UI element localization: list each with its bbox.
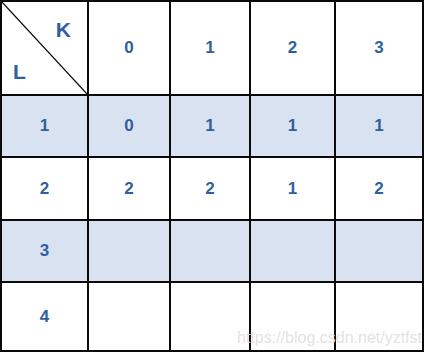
grid: K L 0 1 2 3 1 0 1 1 1 2 2 2 1 2 3 4 bbox=[0, 0, 424, 352]
corner-cell: K L bbox=[2, 2, 87, 94]
data-cell: 2 bbox=[171, 158, 249, 219]
corner-l-label: L bbox=[13, 60, 26, 84]
data-cell: 2 bbox=[89, 158, 169, 219]
data-cell: 2 bbox=[336, 158, 422, 219]
col-header-cell: 2 bbox=[251, 2, 334, 94]
data-cell bbox=[171, 221, 249, 281]
row-label-cell: 1 bbox=[2, 96, 87, 156]
data-cell: 0 bbox=[89, 96, 169, 156]
data-cell: 1 bbox=[171, 96, 249, 156]
data-cell bbox=[89, 283, 169, 350]
matrix-table: K L 0 1 2 3 1 0 1 1 1 2 2 2 1 2 3 4 http… bbox=[0, 0, 424, 352]
data-cell: 1 bbox=[251, 158, 334, 219]
data-cell: 1 bbox=[251, 96, 334, 156]
col-header-cell: 1 bbox=[171, 2, 249, 94]
data-cell bbox=[336, 221, 422, 281]
data-cell bbox=[171, 283, 249, 350]
corner-k-label: K bbox=[56, 18, 71, 42]
data-cell bbox=[251, 221, 334, 281]
row-label-cell: 3 bbox=[2, 221, 87, 281]
col-header-cell: 3 bbox=[336, 2, 422, 94]
data-cell: 1 bbox=[336, 96, 422, 156]
data-cell bbox=[336, 283, 422, 350]
data-cell bbox=[89, 221, 169, 281]
data-cell bbox=[251, 283, 334, 350]
row-label-cell: 4 bbox=[2, 283, 87, 350]
row-label-cell: 2 bbox=[2, 158, 87, 219]
col-header-cell: 0 bbox=[89, 2, 169, 94]
